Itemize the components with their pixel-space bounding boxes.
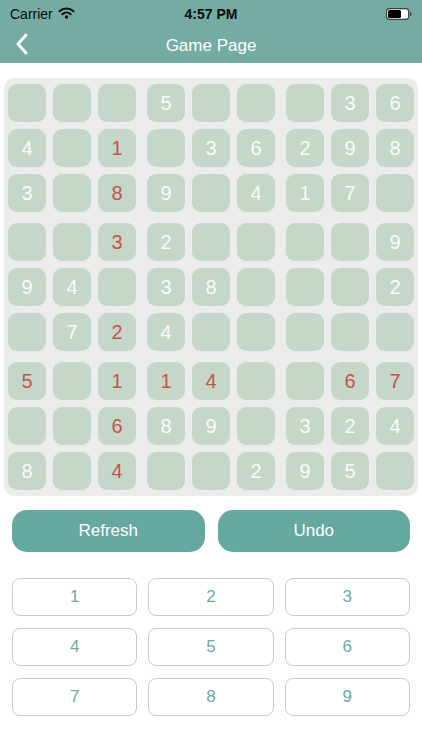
sudoku-box-9: 6732495 (286, 362, 414, 490)
numpad-button-4[interactable]: 4 (12, 628, 137, 666)
cell-r2c7[interactable]: 2 (286, 129, 324, 167)
cell-r5c9[interactable]: 2 (376, 268, 414, 306)
cell-r5c6[interactable] (237, 268, 275, 306)
cell-r8c7[interactable]: 3 (286, 407, 324, 445)
cell-r2c9[interactable]: 8 (376, 129, 414, 167)
cell-r9c1[interactable]: 8 (8, 452, 46, 490)
cell-r1c6[interactable] (237, 84, 275, 122)
cell-r9c5[interactable] (192, 452, 230, 490)
cell-r1c8[interactable]: 3 (331, 84, 369, 122)
numpad-button-9[interactable]: 9 (285, 678, 410, 716)
cell-r1c4[interactable]: 5 (147, 84, 185, 122)
sudoku-box-3: 3629817 (286, 84, 414, 212)
cell-r1c7[interactable] (286, 84, 324, 122)
back-button[interactable] (8, 28, 35, 63)
cell-r6c6[interactable] (237, 313, 275, 351)
cell-r4c5[interactable] (192, 223, 230, 261)
refresh-button[interactable]: Refresh (12, 510, 205, 552)
cell-r1c3[interactable] (98, 84, 136, 122)
cell-r2c2[interactable] (53, 129, 91, 167)
sudoku-box-8: 14892 (147, 362, 275, 490)
cell-r8c1[interactable] (8, 407, 46, 445)
cell-r5c1[interactable]: 9 (8, 268, 46, 306)
cell-r4c1[interactable] (8, 223, 46, 261)
numpad-button-5[interactable]: 5 (148, 628, 273, 666)
sudoku-box-2: 53694 (147, 84, 275, 212)
cell-r7c5[interactable]: 4 (192, 362, 230, 400)
cell-r3c4[interactable]: 9 (147, 174, 185, 212)
cell-r6c8[interactable] (331, 313, 369, 351)
undo-button[interactable]: Undo (218, 510, 411, 552)
cell-r4c2[interactable] (53, 223, 91, 261)
cell-r9c9[interactable] (376, 452, 414, 490)
cell-r8c3[interactable]: 6 (98, 407, 136, 445)
cell-r7c1[interactable]: 5 (8, 362, 46, 400)
cell-r9c8[interactable]: 5 (331, 452, 369, 490)
cell-r4c6[interactable] (237, 223, 275, 261)
cell-r5c8[interactable] (331, 268, 369, 306)
cell-r5c3[interactable] (98, 268, 136, 306)
cell-r9c2[interactable] (53, 452, 91, 490)
numpad-button-2[interactable]: 2 (148, 578, 273, 616)
cell-r9c4[interactable] (147, 452, 185, 490)
cell-r4c9[interactable]: 9 (376, 223, 414, 261)
actions-row: Refresh Undo (0, 510, 422, 552)
sudoku-box-1: 4138 (8, 84, 136, 212)
cell-r8c9[interactable]: 4 (376, 407, 414, 445)
cell-r4c3[interactable]: 3 (98, 223, 136, 261)
numpad: 123456789 (0, 578, 422, 716)
cell-r8c6[interactable] (237, 407, 275, 445)
cell-r2c6[interactable]: 6 (237, 129, 275, 167)
cell-r4c7[interactable] (286, 223, 324, 261)
cell-r7c6[interactable] (237, 362, 275, 400)
page-title: Game Page (166, 36, 257, 56)
cell-r2c4[interactable] (147, 129, 185, 167)
cell-r9c3[interactable]: 4 (98, 452, 136, 490)
cell-r3c8[interactable]: 7 (331, 174, 369, 212)
cell-r4c4[interactable]: 2 (147, 223, 185, 261)
cell-r7c7[interactable] (286, 362, 324, 400)
cell-r7c9[interactable]: 7 (376, 362, 414, 400)
cell-r1c2[interactable] (53, 84, 91, 122)
cell-r2c3[interactable]: 1 (98, 129, 136, 167)
board-panel: 4138536943629817394722384925168414892673… (4, 78, 418, 496)
cell-r6c2[interactable]: 7 (53, 313, 91, 351)
numpad-button-3[interactable]: 3 (285, 578, 410, 616)
cell-r7c3[interactable]: 1 (98, 362, 136, 400)
cell-r8c2[interactable] (53, 407, 91, 445)
cell-r5c4[interactable]: 3 (147, 268, 185, 306)
sudoku-board: 4138536943629817394722384925168414892673… (8, 84, 414, 490)
cell-r9c6[interactable]: 2 (237, 452, 275, 490)
sudoku-box-5: 2384 (147, 223, 275, 351)
cell-r3c5[interactable] (192, 174, 230, 212)
cell-r3c7[interactable]: 1 (286, 174, 324, 212)
cell-r3c3[interactable]: 8 (98, 174, 136, 212)
cell-r7c4[interactable]: 1 (147, 362, 185, 400)
cell-r6c1[interactable] (8, 313, 46, 351)
cell-r6c4[interactable]: 4 (147, 313, 185, 351)
numpad-button-1[interactable]: 1 (12, 578, 137, 616)
chevron-left-icon (14, 32, 29, 59)
cell-r1c9[interactable]: 6 (376, 84, 414, 122)
cell-r5c2[interactable]: 4 (53, 268, 91, 306)
battery-icon (386, 8, 412, 20)
cell-r2c5[interactable]: 3 (192, 129, 230, 167)
sudoku-box-4: 39472 (8, 223, 136, 351)
cell-r6c5[interactable] (192, 313, 230, 351)
cell-r3c6[interactable]: 4 (237, 174, 275, 212)
cell-r3c2[interactable] (53, 174, 91, 212)
sudoku-box-6: 92 (286, 223, 414, 351)
cell-r3c1[interactable]: 3 (8, 174, 46, 212)
cell-r3c9[interactable] (376, 174, 414, 212)
cell-r9c7[interactable]: 9 (286, 452, 324, 490)
cell-r6c9[interactable] (376, 313, 414, 351)
cell-r2c1[interactable]: 4 (8, 129, 46, 167)
cell-r5c5[interactable]: 8 (192, 268, 230, 306)
cell-r5c7[interactable] (286, 268, 324, 306)
cell-r1c1[interactable] (8, 84, 46, 122)
cell-r8c4[interactable]: 8 (147, 407, 185, 445)
cell-r6c3[interactable]: 2 (98, 313, 136, 351)
time-label: 4:57 PM (0, 6, 422, 22)
numpad-button-7[interactable]: 7 (12, 678, 137, 716)
cell-r2c8[interactable]: 9 (331, 129, 369, 167)
cell-r7c8[interactable]: 6 (331, 362, 369, 400)
status-bar: Carrier 4:57 PM (0, 0, 422, 28)
numpad-button-8[interactable]: 8 (148, 678, 273, 716)
cell-r8c8[interactable]: 2 (331, 407, 369, 445)
nav-bar: Game Page (0, 28, 422, 63)
cell-r7c2[interactable] (53, 362, 91, 400)
sudoku-box-7: 51684 (8, 362, 136, 490)
cell-r6c7[interactable] (286, 313, 324, 351)
cell-r8c5[interactable]: 9 (192, 407, 230, 445)
cell-r1c5[interactable] (192, 84, 230, 122)
cell-r4c8[interactable] (331, 223, 369, 261)
numpad-button-6[interactable]: 6 (285, 628, 410, 666)
